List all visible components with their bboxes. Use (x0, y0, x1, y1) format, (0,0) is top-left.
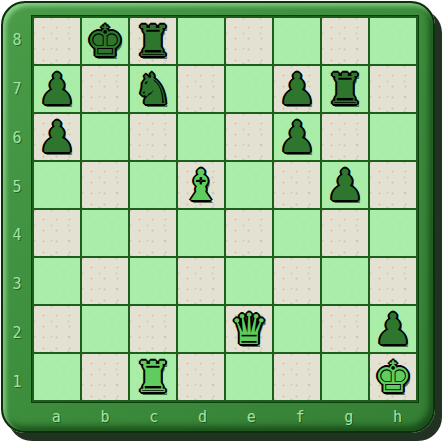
square-h1[interactable]: ♚ (370, 354, 416, 400)
square-d7[interactable] (178, 66, 224, 112)
piece-black-rook[interactable]: ♜ (134, 18, 173, 64)
square-b6[interactable] (82, 114, 128, 160)
square-d8[interactable] (178, 18, 224, 64)
square-a4[interactable] (34, 210, 80, 256)
square-a1[interactable] (34, 354, 80, 400)
square-e5[interactable] (226, 162, 272, 208)
square-g6[interactable] (322, 114, 368, 160)
piece-white-bishop[interactable]: ♝ (182, 162, 221, 208)
file-label-c: c (130, 404, 179, 430)
square-e4[interactable] (226, 210, 272, 256)
file-label-d: d (178, 404, 227, 430)
chess-board: ♚♜♟♞♟♜♟♟♝♟♛♟♜♚ (32, 16, 418, 402)
square-a7[interactable]: ♟ (34, 66, 80, 112)
file-label-f: f (276, 404, 325, 430)
square-b1[interactable] (82, 354, 128, 400)
square-a3[interactable] (34, 258, 80, 304)
piece-black-pawn[interactable]: ♟ (278, 114, 317, 160)
square-g1[interactable] (322, 354, 368, 400)
square-h6[interactable] (370, 114, 416, 160)
piece-white-queen[interactable]: ♛ (230, 306, 269, 352)
piece-black-pawn[interactable]: ♟ (38, 66, 77, 112)
square-h2[interactable]: ♟ (370, 306, 416, 352)
rank-label-3: 3 (2, 260, 32, 309)
piece-black-pawn[interactable]: ♟ (374, 306, 413, 352)
square-d6[interactable] (178, 114, 224, 160)
rank-label-4: 4 (2, 211, 32, 260)
square-d5[interactable]: ♝ (178, 162, 224, 208)
square-b8[interactable]: ♚ (82, 18, 128, 64)
square-c3[interactable] (130, 258, 176, 304)
square-c5[interactable] (130, 162, 176, 208)
square-h5[interactable] (370, 162, 416, 208)
piece-black-pawn[interactable]: ♟ (326, 162, 365, 208)
rank-label-1: 1 (2, 357, 32, 406)
square-b3[interactable] (82, 258, 128, 304)
square-d2[interactable] (178, 306, 224, 352)
piece-black-knight[interactable]: ♞ (134, 66, 173, 112)
square-e7[interactable] (226, 66, 272, 112)
square-g8[interactable] (322, 18, 368, 64)
square-g2[interactable] (322, 306, 368, 352)
square-e1[interactable] (226, 354, 272, 400)
square-b2[interactable] (82, 306, 128, 352)
square-e2[interactable]: ♛ (226, 306, 272, 352)
square-f7[interactable]: ♟ (274, 66, 320, 112)
square-b4[interactable] (82, 210, 128, 256)
square-h3[interactable] (370, 258, 416, 304)
file-label-e: e (227, 404, 276, 430)
square-c6[interactable] (130, 114, 176, 160)
square-h4[interactable] (370, 210, 416, 256)
square-g4[interactable] (322, 210, 368, 256)
square-f3[interactable] (274, 258, 320, 304)
square-d3[interactable] (178, 258, 224, 304)
square-a5[interactable] (34, 162, 80, 208)
square-g7[interactable]: ♜ (322, 66, 368, 112)
piece-white-rook[interactable]: ♜ (134, 354, 173, 400)
square-f2[interactable] (274, 306, 320, 352)
rank-label-7: 7 (2, 65, 32, 114)
square-h7[interactable] (370, 66, 416, 112)
square-g5[interactable]: ♟ (322, 162, 368, 208)
square-c1[interactable]: ♜ (130, 354, 176, 400)
piece-white-king[interactable]: ♚ (374, 354, 413, 400)
square-c2[interactable] (130, 306, 176, 352)
square-h8[interactable] (370, 18, 416, 64)
square-c4[interactable] (130, 210, 176, 256)
file-label-a: a (32, 404, 81, 430)
square-f5[interactable] (274, 162, 320, 208)
page: { "game": "chess", "position": { "fen": … (0, 0, 444, 442)
rank-label-6: 6 (2, 114, 32, 163)
square-g3[interactable] (322, 258, 368, 304)
rank-label-5: 5 (2, 162, 32, 211)
piece-black-pawn[interactable]: ♟ (38, 114, 77, 160)
square-f6[interactable]: ♟ (274, 114, 320, 160)
square-b5[interactable] (82, 162, 128, 208)
file-label-h: h (373, 404, 422, 430)
file-label-g: g (325, 404, 374, 430)
square-a6[interactable]: ♟ (34, 114, 80, 160)
square-a2[interactable] (34, 306, 80, 352)
rank-labels: 87654321 (2, 16, 32, 406)
rank-label-8: 8 (2, 16, 32, 65)
piece-black-pawn[interactable]: ♟ (278, 66, 317, 112)
square-a8[interactable] (34, 18, 80, 64)
square-c8[interactable]: ♜ (130, 18, 176, 64)
file-labels: abcdefgh (32, 404, 422, 430)
file-label-b: b (81, 404, 130, 430)
piece-black-rook[interactable]: ♜ (326, 66, 365, 112)
square-c7[interactable]: ♞ (130, 66, 176, 112)
rank-label-2: 2 (2, 309, 32, 358)
square-e3[interactable] (226, 258, 272, 304)
square-d4[interactable] (178, 210, 224, 256)
square-f4[interactable] (274, 210, 320, 256)
piece-black-king[interactable]: ♚ (86, 18, 125, 64)
square-f1[interactable] (274, 354, 320, 400)
square-f8[interactable] (274, 18, 320, 64)
square-d1[interactable] (178, 354, 224, 400)
square-e6[interactable] (226, 114, 272, 160)
square-b7[interactable] (82, 66, 128, 112)
square-e8[interactable] (226, 18, 272, 64)
